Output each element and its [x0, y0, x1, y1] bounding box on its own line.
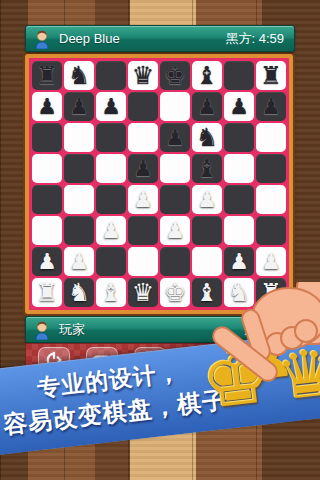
dark-square: ♟ — [160, 123, 190, 152]
white-pawn: ♟ — [197, 185, 217, 214]
black-pawn: ♟ — [101, 92, 121, 121]
square-f8[interactable]: ♝ — [191, 60, 223, 91]
dark-square — [192, 216, 222, 245]
square-d6[interactable] — [127, 122, 159, 153]
white-king: ♚ — [164, 278, 186, 307]
light-square: ♛ — [128, 61, 158, 90]
opponent-bar: Deep Blue 黑方: 4:59 — [25, 25, 295, 52]
dark-square: ♟ — [224, 247, 254, 276]
square-h4[interactable] — [255, 184, 287, 215]
light-square: ♟ — [224, 92, 254, 121]
square-g6[interactable] — [223, 122, 255, 153]
black-pawn: ♟ — [37, 92, 57, 121]
light-square — [64, 185, 94, 214]
light-square: ♜ — [32, 278, 62, 307]
dark-square: ♟ — [64, 92, 94, 121]
dark-square — [256, 154, 286, 183]
dark-square — [224, 185, 254, 214]
light-square — [224, 154, 254, 183]
dark-square: ♞ — [64, 278, 94, 307]
square-c6[interactable] — [95, 122, 127, 153]
dark-square: ♛ — [128, 278, 158, 307]
light-square — [64, 123, 94, 152]
black-pawn: ♟ — [165, 123, 185, 152]
square-h7[interactable]: ♟ — [255, 91, 287, 122]
square-c1[interactable]: ♝ — [95, 277, 127, 308]
square-h5[interactable] — [255, 153, 287, 184]
light-square — [192, 247, 222, 276]
player-avatar-icon — [33, 320, 51, 340]
black-bishop: ♝ — [196, 154, 218, 183]
square-a5[interactable] — [31, 153, 63, 184]
dark-square — [224, 61, 254, 90]
black-knight: ♞ — [196, 123, 218, 152]
light-square — [256, 185, 286, 214]
square-c5[interactable] — [95, 153, 127, 184]
light-square: ♟ — [32, 92, 62, 121]
square-b5[interactable] — [63, 153, 95, 184]
square-c2[interactable] — [95, 246, 127, 277]
square-b7[interactable]: ♟ — [63, 91, 95, 122]
black-knight: ♞ — [68, 61, 90, 90]
dark-square — [128, 216, 158, 245]
black-pawn: ♟ — [229, 92, 249, 121]
dark-square — [128, 92, 158, 121]
square-a1[interactable]: ♜ — [31, 277, 63, 308]
square-e6[interactable]: ♟ — [159, 122, 191, 153]
light-square: ♟ — [128, 185, 158, 214]
light-square: ♟ — [256, 247, 286, 276]
light-square: ♟ — [192, 185, 222, 214]
dark-square — [96, 247, 126, 276]
black-queen: ♛ — [132, 61, 154, 90]
square-f6[interactable]: ♞ — [191, 122, 223, 153]
square-d3[interactable] — [127, 215, 159, 246]
dark-square — [32, 123, 62, 152]
light-square: ♞ — [64, 61, 94, 90]
light-square — [96, 154, 126, 183]
square-h2[interactable]: ♟ — [255, 246, 287, 277]
dark-square — [256, 216, 286, 245]
light-square — [128, 247, 158, 276]
square-f4[interactable]: ♟ — [191, 184, 223, 215]
square-e2[interactable] — [159, 246, 191, 277]
dark-square — [224, 123, 254, 152]
square-g5[interactable] — [223, 153, 255, 184]
light-square: ♟ — [96, 92, 126, 121]
light-square — [224, 216, 254, 245]
square-b1[interactable]: ♞ — [63, 277, 95, 308]
square-a4[interactable] — [31, 184, 63, 215]
white-queen: ♛ — [132, 278, 154, 307]
square-f2[interactable] — [191, 246, 223, 277]
light-square — [32, 216, 62, 245]
square-e7[interactable] — [159, 91, 191, 122]
dark-square — [96, 185, 126, 214]
light-square: ♝ — [96, 278, 126, 307]
square-d7[interactable] — [127, 91, 159, 122]
black-king: ♚ — [164, 61, 186, 90]
light-square — [256, 123, 286, 152]
dark-square: ♟ — [256, 92, 286, 121]
square-f5[interactable]: ♝ — [191, 153, 223, 184]
light-square: ♜ — [256, 61, 286, 90]
black-bishop: ♝ — [196, 61, 218, 90]
black-rook: ♜ — [260, 61, 282, 90]
white-pawn: ♟ — [229, 247, 249, 276]
square-b6[interactable] — [63, 122, 95, 153]
black-pawn: ♟ — [133, 154, 153, 183]
dark-square: ♟ — [128, 154, 158, 183]
square-e5[interactable] — [159, 153, 191, 184]
player-name: 玩家 — [59, 321, 85, 339]
light-square — [160, 154, 190, 183]
square-c7[interactable]: ♟ — [95, 91, 127, 122]
dark-square: ♟ — [192, 92, 222, 121]
dark-square — [96, 123, 126, 152]
chess-board: ♜♞♛♚♝♜♟♟♟♟♟♟♟♞♟♝♟♟♟♟♟♟♟♟♜♞♝♛♚♝♞♜ — [31, 60, 287, 308]
square-f7[interactable]: ♟ — [191, 91, 223, 122]
square-c3[interactable]: ♟ — [95, 215, 127, 246]
square-d5[interactable]: ♟ — [127, 153, 159, 184]
dark-square: ♝ — [192, 154, 222, 183]
light-square — [32, 154, 62, 183]
square-e8[interactable]: ♚ — [159, 60, 191, 91]
light-square: ♟ — [64, 247, 94, 276]
square-h6[interactable] — [255, 122, 287, 153]
black-pawn: ♟ — [261, 92, 281, 121]
opponent-name: Deep Blue — [59, 31, 120, 46]
square-a8[interactable]: ♜ — [31, 60, 63, 91]
square-c8[interactable] — [95, 60, 127, 91]
square-c4[interactable] — [95, 184, 127, 215]
square-e4[interactable] — [159, 184, 191, 215]
dark-square — [32, 185, 62, 214]
dark-square: ♜ — [32, 61, 62, 90]
board-frame: ♜♞♛♚♝♜♟♟♟♟♟♟♟♞♟♝♟♟♟♟♟♟♟♟♜♞♝♛♚♝♞♜ — [25, 54, 293, 314]
square-d1[interactable]: ♛ — [127, 277, 159, 308]
hand-cursor-graphic — [185, 282, 320, 397]
square-e3[interactable]: ♟ — [159, 215, 191, 246]
black-pawn: ♟ — [197, 92, 217, 121]
dark-square — [64, 216, 94, 245]
square-h8[interactable]: ♜ — [255, 60, 287, 91]
square-g7[interactable]: ♟ — [223, 91, 255, 122]
square-d8[interactable]: ♛ — [127, 60, 159, 91]
square-b3[interactable] — [63, 215, 95, 246]
square-b8[interactable]: ♞ — [63, 60, 95, 91]
black-pawn: ♟ — [69, 92, 89, 121]
square-d2[interactable] — [127, 246, 159, 277]
square-h3[interactable] — [255, 215, 287, 246]
white-pawn: ♟ — [133, 185, 153, 214]
square-b2[interactable]: ♟ — [63, 246, 95, 277]
white-pawn: ♟ — [69, 247, 89, 276]
light-square: ♟ — [96, 216, 126, 245]
square-b4[interactable] — [63, 184, 95, 215]
light-square — [160, 92, 190, 121]
dark-square: ♟ — [32, 247, 62, 276]
square-a7[interactable]: ♟ — [31, 91, 63, 122]
square-g3[interactable] — [223, 215, 255, 246]
white-pawn: ♟ — [37, 247, 57, 276]
square-g2[interactable]: ♟ — [223, 246, 255, 277]
light-square: ♝ — [192, 61, 222, 90]
square-f3[interactable] — [191, 215, 223, 246]
dark-square — [64, 154, 94, 183]
opponent-avatar-icon — [33, 29, 51, 49]
white-bishop: ♝ — [100, 278, 122, 307]
dark-square — [96, 61, 126, 90]
black-rook: ♜ — [36, 61, 58, 90]
square-a6[interactable] — [31, 122, 63, 153]
white-pawn: ♟ — [101, 216, 121, 245]
square-a3[interactable] — [31, 215, 63, 246]
square-a2[interactable]: ♟ — [31, 246, 63, 277]
dark-square — [160, 247, 190, 276]
light-square: ♟ — [160, 216, 190, 245]
light-square: ♞ — [192, 123, 222, 152]
white-pawn: ♟ — [261, 247, 281, 276]
light-square — [128, 123, 158, 152]
square-d4[interactable]: ♟ — [127, 184, 159, 215]
dark-square: ♚ — [160, 61, 190, 90]
white-pawn: ♟ — [165, 216, 185, 245]
black-clock: 黑方: 4:59 — [225, 30, 284, 48]
square-g4[interactable] — [223, 184, 255, 215]
white-knight: ♞ — [68, 278, 90, 307]
dark-square — [160, 185, 190, 214]
square-g8[interactable] — [223, 60, 255, 91]
white-rook: ♜ — [36, 278, 58, 307]
